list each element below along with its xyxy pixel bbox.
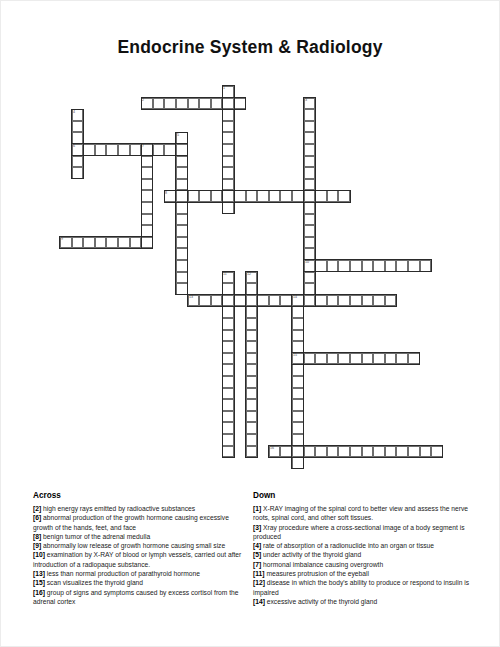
grid-cell [292, 376, 304, 388]
crossword-grid: 12345678910111213141516 [60, 86, 443, 469]
grid-cell [188, 98, 200, 110]
down-clue-list: [1] X-RAY imaging of the spinal cord to … [253, 504, 472, 606]
grid-cell [246, 422, 258, 434]
grid-cell [95, 237, 107, 249]
grid-cell [176, 272, 188, 284]
grid-cell [222, 109, 234, 121]
grid-cell [338, 446, 350, 458]
grid-cell [420, 446, 432, 458]
grid-cell [304, 98, 316, 110]
grid-cell [362, 446, 374, 458]
grid-cell [420, 260, 432, 272]
across-heading: Across [33, 491, 249, 500]
grid-cell [234, 190, 246, 202]
grid-cell [153, 98, 165, 110]
grid-cell [222, 190, 234, 202]
down-clue-number-11: [11] [253, 570, 265, 577]
grid-cell [72, 121, 84, 133]
grid-cell [222, 388, 234, 400]
grid-cell [396, 446, 408, 458]
grid-cell [141, 190, 153, 202]
grid-cell [153, 144, 165, 156]
grid-cell [222, 422, 234, 434]
grid-cell [246, 295, 258, 307]
grid-cell [60, 237, 72, 249]
grid-cell [292, 388, 304, 400]
grid-cell [211, 190, 223, 202]
across-clue-16: [16] group of signs and symptoms caused … [33, 588, 249, 607]
across-clue-15: [15] scan visualizes the thyroid gland [33, 578, 249, 587]
grid-cell [373, 260, 385, 272]
grid-cell [246, 376, 258, 388]
grid-cell [246, 341, 258, 353]
grid-cell [304, 237, 316, 249]
across-clue-number-13: [13] [33, 570, 45, 577]
grid-cell [304, 214, 316, 226]
grid-cell [176, 98, 188, 110]
grid-cell [280, 295, 292, 307]
grid-cell [83, 144, 95, 156]
grid-cell [327, 190, 339, 202]
grid-cell [176, 248, 188, 260]
across-clue-number-9: [9] [33, 542, 41, 549]
grid-cell [292, 318, 304, 330]
grid-cell [304, 446, 316, 458]
grid-cell [106, 237, 118, 249]
down-clue-number-14: [14] [253, 598, 265, 605]
grid-cell [141, 98, 153, 110]
grid-cell [164, 98, 176, 110]
grid-cell [315, 446, 327, 458]
grid-cell [385, 295, 397, 307]
grid-cell [176, 190, 188, 202]
across-clue-number-2: [2] [33, 505, 41, 512]
grid-cell [304, 121, 316, 133]
grid-cell [246, 272, 258, 284]
grid-cell [327, 260, 339, 272]
down-clue-number-1: [1] [253, 505, 261, 512]
grid-cell [269, 446, 281, 458]
grid-cell [292, 190, 304, 202]
grid-cell [304, 109, 316, 121]
grid-cell [141, 167, 153, 179]
grid-cell [292, 341, 304, 353]
grid-cell [118, 237, 130, 249]
grid-cell [385, 260, 397, 272]
grid-cell [292, 330, 304, 342]
grid-cell [130, 237, 142, 249]
grid-cell [292, 353, 304, 365]
across-clue-number-8: [8] [33, 533, 41, 540]
grid-cell [304, 190, 316, 202]
grid-cell [304, 295, 316, 307]
across-clues-section: Across [2] high energy rays emitted by r… [33, 491, 249, 606]
grid-cell [222, 399, 234, 411]
down-clue-number-3: [3] [253, 524, 261, 531]
grid-cell [141, 179, 153, 191]
down-clue-12: [12] disease in which the body's ability… [253, 578, 472, 597]
down-clue-1: [1] X-RAY imaging of the spinal cord to … [253, 504, 472, 523]
across-clue-number-6: [6] [33, 514, 41, 521]
grid-cell [269, 295, 281, 307]
grid-cell [176, 260, 188, 272]
grid-cell [141, 214, 153, 226]
down-clue-14: [14] excessive activity of the thyroid g… [253, 597, 472, 606]
grid-cell [327, 353, 339, 365]
grid-cell [246, 446, 258, 458]
grid-cell [164, 190, 176, 202]
grid-cell [222, 144, 234, 156]
grid-cell [211, 98, 223, 110]
grid-cell [222, 434, 234, 446]
grid-cell [246, 434, 258, 446]
grid-cell [222, 330, 234, 342]
grid-cell [222, 446, 234, 458]
grid-cell [292, 399, 304, 411]
grid-cell [222, 295, 234, 307]
grid-cell [176, 202, 188, 214]
across-clue-number-10: [10] [33, 551, 45, 558]
grid-cell [350, 353, 362, 365]
grid-cell [246, 411, 258, 423]
grid-cell [246, 306, 258, 318]
grid-cell [141, 237, 153, 249]
grid-cell [246, 388, 258, 400]
grid-cell [373, 353, 385, 365]
grid-cell [304, 283, 316, 295]
down-clues-section: Down [1] X-RAY imaging of the spinal cor… [253, 491, 472, 606]
grid-cell [141, 144, 153, 156]
grid-cell [72, 144, 84, 156]
grid-cell [315, 260, 327, 272]
grid-cell [292, 295, 304, 307]
grid-cell [83, 237, 95, 249]
down-clue-5: [5] under activity of the thyroid gland [253, 550, 472, 559]
grid-cell [269, 190, 281, 202]
grid-cell [176, 237, 188, 249]
grid-cell [315, 353, 327, 365]
grid-cell [350, 446, 362, 458]
grid-cell [304, 225, 316, 237]
across-clue-13: [13] less than normal production of para… [33, 569, 249, 578]
grid-cell [292, 446, 304, 458]
grid-cell [362, 260, 374, 272]
down-clue-number-7: [7] [253, 561, 261, 568]
grid-cell [431, 446, 443, 458]
across-clue-8: [8] benign tumor of the adrenal medulla [33, 532, 249, 541]
grid-cell [176, 214, 188, 226]
grid-cell [188, 295, 200, 307]
grid-cell [246, 399, 258, 411]
grid-cell [164, 144, 176, 156]
grid-cell [199, 98, 211, 110]
grid-cell [304, 202, 316, 214]
across-clue-list: [2] high energy rays emitted by radioact… [33, 504, 249, 606]
down-clue-4: [4] rate of absorption of a radionuclide… [253, 541, 472, 550]
grid-cell [257, 295, 269, 307]
grid-cell [118, 144, 130, 156]
grid-cell [292, 364, 304, 376]
down-clue-11: [11] measures protrusion of the eyeball [253, 569, 472, 578]
grid-cell [292, 434, 304, 446]
across-clue-9: [9] abnormally low release of growth hor… [33, 541, 249, 550]
grid-cell [176, 167, 188, 179]
grid-cell [222, 86, 234, 98]
grid-cell [338, 260, 350, 272]
grid-cell [350, 295, 362, 307]
grid-cell [222, 167, 234, 179]
down-clue-number-4: [4] [253, 542, 261, 549]
grid-cell [234, 295, 246, 307]
grid-cell [280, 190, 292, 202]
grid-cell [292, 411, 304, 423]
grid-cell [246, 190, 258, 202]
grid-cell [246, 283, 258, 295]
grid-cell [292, 306, 304, 318]
grid-cell [373, 295, 385, 307]
grid-cell [327, 295, 339, 307]
grid-cell [222, 202, 234, 214]
grid-cell [315, 190, 327, 202]
grid-cell [176, 225, 188, 237]
grid-cell [141, 202, 153, 214]
grid-cell [222, 318, 234, 330]
grid-cell [222, 283, 234, 295]
grid-cell [246, 353, 258, 365]
grid-cell [292, 457, 304, 469]
grid-cell [304, 353, 316, 365]
grid-cell [176, 132, 188, 144]
grid-cell [315, 295, 327, 307]
grid-cell [199, 295, 211, 307]
down-clue-number-12: [12] [253, 579, 265, 586]
grid-cell [338, 353, 350, 365]
puzzle-page: Endocrine System & Radiology 12345678910… [0, 0, 500, 647]
grid-cell [106, 144, 118, 156]
grid-cell [304, 167, 316, 179]
grid-cell [222, 98, 234, 110]
grid-cell [176, 283, 188, 295]
grid-cell [141, 156, 153, 168]
grid-cell [350, 260, 362, 272]
grid-cell [408, 353, 420, 365]
grid-cell [304, 156, 316, 168]
grid-cell [199, 190, 211, 202]
grid-cell [72, 167, 84, 179]
grid-cell [222, 156, 234, 168]
grid-cell [257, 190, 269, 202]
grid-cell [222, 121, 234, 133]
grid-cell [304, 132, 316, 144]
grid-cell [141, 225, 153, 237]
grid-cell [246, 330, 258, 342]
grid-cell [222, 272, 234, 284]
grid-cell [222, 341, 234, 353]
grid-cell [72, 132, 84, 144]
grid-cell [385, 446, 397, 458]
grid-cell [234, 98, 246, 110]
grid-cell [373, 446, 385, 458]
grid-cell [246, 364, 258, 376]
grid-cell [72, 109, 84, 121]
grid-cell [211, 295, 223, 307]
grid-cell [408, 446, 420, 458]
down-clue-number-5: [5] [253, 551, 261, 558]
grid-cell [130, 144, 142, 156]
down-clue-3: [3] Xray procedure where a cross-section… [253, 523, 472, 542]
grid-cell [188, 190, 200, 202]
down-clue-7: [7] hormonal imbalance causing overgrowt… [253, 560, 472, 569]
grid-cell [338, 190, 350, 202]
grid-cell [222, 179, 234, 191]
grid-cell [176, 156, 188, 168]
grid-cell [304, 272, 316, 284]
grid-cell [222, 364, 234, 376]
grid-cell [396, 260, 408, 272]
grid-cell [222, 411, 234, 423]
grid-cell [280, 446, 292, 458]
grid-cell [304, 144, 316, 156]
grid-cell [222, 353, 234, 365]
across-clue-10: [10] examination by X-RAY of blood or ly… [33, 550, 249, 569]
grid-cell [72, 237, 84, 249]
across-clue-2: [2] high energy rays emitted by radioact… [33, 504, 249, 513]
across-clue-number-16: [16] [33, 589, 45, 596]
grid-cell [246, 318, 258, 330]
grid-cell [408, 260, 420, 272]
grid-cell [222, 376, 234, 388]
grid-cell [338, 295, 350, 307]
grid-cell [385, 353, 397, 365]
grid-cell [95, 144, 107, 156]
grid-cell [362, 295, 374, 307]
grid-cell [222, 306, 234, 318]
grid-cell [176, 144, 188, 156]
grid-cell [176, 179, 188, 191]
grid-cell [304, 260, 316, 272]
grid-cell [304, 179, 316, 191]
grid-cell [222, 132, 234, 144]
across-clue-6: [6] abnormal production of the growth ho… [33, 513, 249, 532]
grid-cell [362, 353, 374, 365]
puzzle-title: Endocrine System & Radiology [1, 37, 499, 58]
grid-cell [327, 446, 339, 458]
grid-cell [396, 353, 408, 365]
grid-cell [304, 248, 316, 260]
grid-cell [292, 422, 304, 434]
across-clue-number-15: [15] [33, 579, 45, 586]
grid-cell [72, 156, 84, 168]
down-heading: Down [253, 491, 472, 500]
